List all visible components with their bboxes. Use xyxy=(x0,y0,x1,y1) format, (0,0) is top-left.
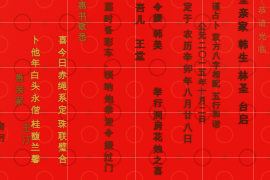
letter-character: 令 xyxy=(104,128,113,140)
text-column-c3-divination-phrase: 谨占卜双方八字相配五行和谐 xyxy=(212,2,220,129)
letter-character: 圣 xyxy=(238,83,248,96)
letter-character: 配 xyxy=(212,79,220,88)
text-segment: 吾儿 xyxy=(135,2,145,26)
letter-character: 王 xyxy=(135,38,145,50)
letter-character: 洞 xyxy=(153,110,162,121)
letter-character: 、 xyxy=(104,60,113,66)
text-segment: 农历辛卯年八月廿八日 xyxy=(183,29,192,145)
letter-character: 嫒 xyxy=(104,140,113,152)
letter-character: 房 xyxy=(153,121,162,132)
letter-character: 之 xyxy=(153,155,162,166)
letter-character: 字 xyxy=(212,61,220,70)
letter-character: 日 xyxy=(198,115,206,124)
letter-character: 相 xyxy=(212,70,220,79)
letter-character: 廿 xyxy=(183,110,192,122)
letter-character: 谨 xyxy=(212,2,220,11)
text-segment: 举行洞房花烛之喜 xyxy=(153,87,162,177)
letter-character: 堂 xyxy=(135,50,145,62)
letter-character: 亲 xyxy=(15,85,24,97)
text-segment: 惠书敬悉 xyxy=(78,0,87,42)
letter-character: 炮 xyxy=(104,94,113,106)
letter-character: 年 xyxy=(183,76,192,88)
letter-character: 悉 xyxy=(78,32,87,43)
letter-character: 兰 xyxy=(31,142,40,154)
letter-character: 临 xyxy=(258,43,267,56)
letter-character: 珠 xyxy=(58,119,67,131)
letter-character: 馨 xyxy=(31,154,40,166)
letter-character: 他 xyxy=(31,47,40,59)
letter-character: 定 xyxy=(183,2,192,14)
letter-character: 定 xyxy=(58,105,67,117)
letter-character: 二 xyxy=(198,41,206,50)
letter-character: 家 xyxy=(238,21,248,34)
letter-character: 时 xyxy=(104,14,113,26)
text-column-c2-recipient-address: 亲家韩生林圣台启 xyxy=(238,8,248,126)
letter-character: 王 xyxy=(22,123,31,135)
letter-character: 美 xyxy=(153,40,162,51)
letter-character: 举 xyxy=(153,87,162,98)
text-column-c1-right-edge-partial: 恭请光临 xyxy=(258,4,267,56)
letter-character: 公 xyxy=(198,22,206,31)
letter-character: 白 xyxy=(31,70,40,82)
fold-line-horizontal xyxy=(0,112,270,113)
letter-character: 届 xyxy=(104,2,113,14)
letter-character: 头 xyxy=(31,81,40,93)
letter-character: 日 xyxy=(58,58,67,70)
text-column-c8-welcome-procession: 届时备彩车、唢呐炮恭迎令嫒过门 xyxy=(104,2,113,175)
text-column-c10-couplet-first: 喜今日赤绳系定珠联璧合 xyxy=(58,35,67,166)
text-column-c14-left-edge-partial: 鞠躬 xyxy=(0,121,4,144)
letter-character: 恭 xyxy=(104,105,113,117)
fold-line-vertical xyxy=(67,0,68,180)
text-segment: 台启 xyxy=(238,101,248,126)
letter-character: 呐 xyxy=(104,82,113,94)
letter-character: 行 xyxy=(212,101,220,110)
text-column-c12-sender-humble-title: 愚亲家 xyxy=(15,73,24,108)
text-segment: 五行和谐 xyxy=(212,92,220,129)
text-segment: 恭请光临 xyxy=(258,4,267,56)
letter-character: 偕 xyxy=(31,105,40,117)
letter-character: 卜 xyxy=(212,21,220,30)
letter-character: 于 xyxy=(183,14,192,26)
letter-character: 赤 xyxy=(58,70,67,82)
letter-character: 台 xyxy=(238,101,248,114)
letter-character: 惠 xyxy=(78,0,87,11)
letter-character: 迎 xyxy=(104,117,113,129)
letter-character: 唢 xyxy=(104,70,113,82)
text-segment: 卜他年白头永偕 xyxy=(31,35,40,116)
text-segment: 喜今日赤绳系定 xyxy=(58,35,67,116)
text-segment: 鞠躬 xyxy=(0,121,4,144)
letter-character: 联 xyxy=(58,131,67,143)
letter-character: 林 xyxy=(238,70,248,83)
letter-character: 五 xyxy=(198,68,206,77)
letter-character: 启 xyxy=(238,114,248,127)
text-segment: 令嫒 xyxy=(153,2,162,25)
fold-line-vertical xyxy=(253,0,254,180)
letter-character: 儿 xyxy=(135,14,145,26)
letter-character: 躬 xyxy=(0,133,4,145)
letter-character: 月 xyxy=(198,96,206,105)
text-segment: 王汀 xyxy=(22,123,31,146)
letter-character: 谐 xyxy=(212,120,220,129)
letter-character: 嫒 xyxy=(153,13,162,24)
letter-character: 年 xyxy=(198,78,206,87)
letter-character: 韩 xyxy=(238,39,248,52)
letter-character: 历 xyxy=(183,41,192,53)
text-segment: 愚亲家 xyxy=(15,73,24,108)
letter-character: 家 xyxy=(15,96,24,108)
letter-character: 过 xyxy=(104,152,113,164)
fold-line-horizontal xyxy=(0,157,270,158)
letter-character: 行 xyxy=(153,98,162,109)
text-segment: 定于 xyxy=(183,2,192,25)
letter-character: 永 xyxy=(31,93,40,105)
text-segment: 韩美 xyxy=(153,29,162,52)
letter-character: 呈 xyxy=(239,0,249,6)
letter-character: 系 xyxy=(58,93,67,105)
letter-character: 农 xyxy=(183,29,192,41)
letter-character: 绳 xyxy=(58,81,67,93)
letter-character: 桂 xyxy=(31,119,40,131)
text-segment: 双方八字相配 xyxy=(212,33,220,89)
letter-character: 月 xyxy=(183,99,192,111)
letter-character: 五 xyxy=(212,92,220,101)
letter-character: 韩 xyxy=(153,29,162,40)
letter-character: 请 xyxy=(258,17,267,30)
letter-character: 日 xyxy=(183,134,192,146)
text-segment: 珠联璧合 xyxy=(58,119,67,165)
letter-character: 书 xyxy=(78,11,87,22)
fold-line-horizontal xyxy=(0,67,270,68)
text-segment: 桂馥兰馨 xyxy=(31,119,40,165)
letter-character: 亲 xyxy=(238,8,248,21)
letter-character: 备 xyxy=(104,25,113,37)
letter-character: 鞠 xyxy=(0,121,4,133)
letter-character: 元 xyxy=(198,31,206,40)
letter-character: 八 xyxy=(183,122,192,134)
letter-character: 占 xyxy=(212,11,220,20)
text-segment: 届时备彩车、 xyxy=(104,2,113,66)
letter-character: 二 xyxy=(198,106,206,115)
letter-character: 〇 xyxy=(198,50,206,59)
letter-character: 今 xyxy=(58,47,67,59)
text-segment: 林圣 xyxy=(238,70,248,95)
letter-character: 彩 xyxy=(104,37,113,49)
letter-character: 光 xyxy=(258,30,267,43)
letter-character: 璧 xyxy=(58,142,67,154)
letter-character: 门 xyxy=(104,163,113,175)
text-column-c4-gregorian-date: 公元二〇一五年十月二日 xyxy=(198,22,206,124)
text-column-c13-sender-name: 王汀 xyxy=(22,123,31,146)
text-column-c11-couplet-second: 卜他年白头永偕桂馥兰馨 xyxy=(31,35,40,166)
text-segment: 韩生 xyxy=(238,39,248,64)
letter-character: 卜 xyxy=(31,35,40,47)
letter-character: 喜 xyxy=(58,35,67,47)
text-column-c9-letter-received: 惠书敬悉 xyxy=(78,0,87,42)
letter-character: 花 xyxy=(153,132,162,143)
letter-character: 馥 xyxy=(31,131,40,143)
text-column-c0-top-partial-char: 呈 xyxy=(239,0,249,6)
letter-character: 汀 xyxy=(22,135,31,147)
text-segment: 亲家 xyxy=(238,8,248,33)
wedding-letter-photo: 呈恭请光临亲家韩生林圣台启谨占卜双方八字相配五行和谐公元二〇一五年十月二日定于农… xyxy=(0,0,270,180)
letter-character: 烛 xyxy=(153,144,162,155)
text-column-c5-lunar-date: 定于农历辛卯年八月廿八日 xyxy=(183,2,192,145)
text-segment: 谨占卜 xyxy=(212,2,220,30)
letter-character: 愚 xyxy=(15,73,24,85)
letter-character: 合 xyxy=(58,154,67,166)
text-segment: 公元二〇一五年十月二日 xyxy=(198,22,206,124)
text-segment: 唢呐炮恭迎令嫒过门 xyxy=(104,70,113,174)
letter-character: 吾 xyxy=(135,2,145,14)
letter-character: 喜 xyxy=(153,166,162,177)
text-segment: 呈 xyxy=(239,0,249,6)
letter-character: 双 xyxy=(212,33,220,42)
text-column-c6-bride-and-ceremony: 令嫒韩美举行洞房花烛之喜 xyxy=(153,2,162,178)
letter-character: 恭 xyxy=(258,4,267,17)
letter-character: 令 xyxy=(153,2,162,13)
letter-character: 敬 xyxy=(78,21,87,32)
text-segment: 王堂 xyxy=(135,38,145,62)
letter-character: 和 xyxy=(212,110,220,119)
letter-character: 八 xyxy=(183,87,192,99)
letter-character: 辛 xyxy=(183,52,192,64)
letter-character: 年 xyxy=(31,58,40,70)
letter-character: 卯 xyxy=(183,64,192,76)
letter-character: 八 xyxy=(212,51,220,60)
letter-character: 生 xyxy=(238,52,248,65)
letter-character: 十 xyxy=(198,87,206,96)
text-column-c7-groom-name: 吾儿王堂 xyxy=(135,2,145,62)
